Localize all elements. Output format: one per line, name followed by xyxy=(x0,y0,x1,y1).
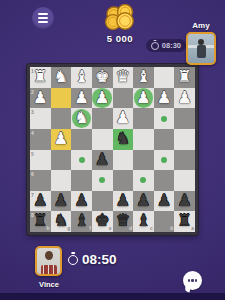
rank-label-4: 4 xyxy=(31,130,34,136)
move-dot-c6[interactable] xyxy=(140,177,146,183)
piece-wB-c1[interactable]: ♝ xyxy=(133,67,154,88)
square-b6[interactable] xyxy=(154,170,175,191)
hamburger-icon xyxy=(38,13,48,15)
piece-wP-a2[interactable]: ♟ xyxy=(174,87,195,108)
piece-wK-e1[interactable]: ♚ xyxy=(92,67,113,88)
square-d7[interactable]: ♟ xyxy=(113,191,134,212)
square-c8[interactable]: ♝c xyxy=(133,211,154,232)
piece-bP-f7[interactable]: ♟ xyxy=(71,190,92,211)
square-f3[interactable]: ♞ xyxy=(71,108,92,129)
square-a1[interactable]: ♜ xyxy=(174,67,195,88)
piece-bP-e5[interactable]: ♟ xyxy=(92,149,113,170)
square-g3[interactable] xyxy=(51,108,72,129)
square-f1[interactable]: ♝ xyxy=(71,67,92,88)
piece-bN-d4[interactable]: ♞ xyxy=(113,128,134,149)
square-a3[interactable] xyxy=(174,108,195,129)
rank-label-2: 2 xyxy=(31,89,34,95)
square-c3[interactable] xyxy=(133,108,154,129)
file-label-b: b xyxy=(170,225,173,231)
piece-wP-e2[interactable]: ♟ xyxy=(92,87,113,108)
piece-wN-g1[interactable]: ♞ xyxy=(51,67,72,88)
opponent-clock: 08:30 xyxy=(146,39,186,52)
square-g6[interactable] xyxy=(51,170,72,191)
square-e4[interactable] xyxy=(92,129,113,150)
square-c1[interactable]: ♝ xyxy=(133,67,154,88)
square-g8[interactable]: ♞g xyxy=(51,211,72,232)
ellipsis-icon xyxy=(188,279,190,281)
chess-board-frame: ♜1♞♝♚♛♝♜♟2♟♟♟♟♟3♞♟4♟♞5♟6♟7♟♟♟♟♟♟♜8h♞g♝f♚… xyxy=(27,64,198,235)
square-a4[interactable] xyxy=(174,129,195,150)
square-a2[interactable]: ♟ xyxy=(174,88,195,109)
square-f4[interactable] xyxy=(71,129,92,150)
piece-wP-c2[interactable]: ♟ xyxy=(133,87,154,108)
square-g4[interactable]: ♟ xyxy=(51,129,72,150)
player-clock-time: 08:50 xyxy=(82,252,117,267)
rank-label-5: 5 xyxy=(31,151,34,157)
square-c2[interactable]: ♟ xyxy=(133,88,154,109)
opponent-name: Amy xyxy=(181,21,221,30)
opponent-avatar[interactable] xyxy=(186,32,216,65)
stopwatch-icon xyxy=(68,255,78,265)
piece-wP-b2[interactable]: ♟ xyxy=(154,87,175,108)
square-b5[interactable] xyxy=(154,150,175,171)
square-a5[interactable] xyxy=(174,150,195,171)
file-label-d: d xyxy=(129,225,132,231)
square-a6[interactable] xyxy=(174,170,195,191)
square-c4[interactable] xyxy=(133,129,154,150)
chess-board[interactable]: ♜1♞♝♚♛♝♜♟2♟♟♟♟♟3♞♟4♟♞5♟6♟7♟♟♟♟♟♟♜8h♞g♝f♚… xyxy=(30,67,195,232)
square-f6[interactable] xyxy=(71,170,92,191)
square-e6[interactable] xyxy=(92,170,113,191)
square-d3[interactable]: ♟ xyxy=(113,108,134,129)
square-c5[interactable] xyxy=(133,150,154,171)
square-d1[interactable]: ♛ xyxy=(113,67,134,88)
piece-wR-a1[interactable]: ♜ xyxy=(174,67,195,88)
piece-wB-f1[interactable]: ♝ xyxy=(71,67,92,88)
square-h2[interactable]: ♟2 xyxy=(30,88,51,109)
player-name: Vince xyxy=(24,280,74,289)
square-h5[interactable]: 5 xyxy=(30,150,51,171)
piece-bP-d7[interactable]: ♟ xyxy=(113,190,134,211)
chat-button[interactable] xyxy=(183,271,202,290)
square-f2[interactable]: ♟ xyxy=(71,88,92,109)
square-g5[interactable] xyxy=(51,150,72,171)
move-dot-b3[interactable] xyxy=(161,116,167,122)
piece-wP-f2[interactable]: ♟ xyxy=(71,87,92,108)
move-dot-f5[interactable] xyxy=(79,157,85,163)
coins-icon xyxy=(96,4,144,32)
square-h6[interactable]: 6 xyxy=(30,170,51,191)
file-label-g: g xyxy=(67,225,70,231)
square-b4[interactable] xyxy=(154,129,175,150)
rank-label-1: 1 xyxy=(31,68,34,74)
square-d4[interactable]: ♞ xyxy=(113,129,134,150)
square-h7[interactable]: ♟7 xyxy=(30,191,51,212)
rank-label-6: 6 xyxy=(31,171,34,177)
square-b8[interactable]: b xyxy=(154,211,175,232)
piece-bP-g7[interactable]: ♟ xyxy=(51,190,72,211)
chess-app-screen: { "game": "chess", "header": { "menu_ico… xyxy=(0,0,225,300)
square-f5[interactable] xyxy=(71,150,92,171)
square-a7[interactable]: ♟ xyxy=(174,191,195,212)
square-h3[interactable]: 3 xyxy=(30,108,51,129)
square-d8[interactable]: ♛d xyxy=(113,211,134,232)
move-dot-e6[interactable] xyxy=(99,177,105,183)
piece-bP-b7[interactable]: ♟ xyxy=(154,190,175,211)
file-label-h: h xyxy=(47,225,50,231)
file-label-f: f xyxy=(89,225,91,231)
square-g2[interactable] xyxy=(51,88,72,109)
rank-label-3: 3 xyxy=(31,109,34,115)
square-h1[interactable]: ♜1 xyxy=(30,67,51,88)
player-avatar[interactable] xyxy=(35,246,62,276)
rank-label-8: 8 xyxy=(31,212,34,218)
piece-wP-g4[interactable]: ♟ xyxy=(51,128,72,149)
file-label-a: a xyxy=(191,225,194,231)
square-g7[interactable]: ♟ xyxy=(51,191,72,212)
coins-balance: 5 000 xyxy=(85,33,155,44)
square-d6[interactable] xyxy=(113,170,134,191)
square-e1[interactable]: ♚ xyxy=(92,67,113,88)
rank-label-7: 7 xyxy=(31,192,34,198)
stopwatch-icon xyxy=(151,42,159,50)
square-e7[interactable] xyxy=(92,191,113,212)
square-c6[interactable] xyxy=(133,170,154,191)
square-e5[interactable]: ♟ xyxy=(92,150,113,171)
square-d5[interactable] xyxy=(113,150,134,171)
opponent-clock-time: 08:30 xyxy=(162,41,181,50)
square-b3[interactable] xyxy=(154,108,175,129)
square-a8[interactable]: ♜a xyxy=(174,211,195,232)
square-e2[interactable]: ♟ xyxy=(92,88,113,109)
player-avatar-photo xyxy=(37,248,60,274)
square-g1[interactable]: ♞ xyxy=(51,67,72,88)
file-label-e: e xyxy=(109,225,112,231)
square-f7[interactable]: ♟ xyxy=(71,191,92,212)
opponent-avatar-photo xyxy=(188,34,214,63)
move-dot-b5[interactable] xyxy=(161,157,167,163)
piece-wN-f3[interactable]: ♞ xyxy=(71,108,92,129)
square-f8[interactable]: ♝f xyxy=(71,211,92,232)
square-b2[interactable]: ♟ xyxy=(154,88,175,109)
square-h4[interactable]: 4 xyxy=(30,129,51,150)
player-clock: 08:50 xyxy=(68,252,117,267)
file-label-c: c xyxy=(150,225,153,231)
square-d2[interactable] xyxy=(113,88,134,109)
square-b7[interactable]: ♟ xyxy=(154,191,175,212)
piece-wP-d3[interactable]: ♟ xyxy=(113,108,134,129)
square-e3[interactable] xyxy=(92,108,113,129)
menu-button[interactable] xyxy=(32,7,54,29)
square-e8[interactable]: ♚e xyxy=(92,211,113,232)
piece-wQ-d1[interactable]: ♛ xyxy=(113,67,134,88)
piece-bP-a7[interactable]: ♟ xyxy=(174,190,195,211)
square-h8[interactable]: ♜8h xyxy=(30,211,51,232)
piece-bP-c7[interactable]: ♟ xyxy=(133,190,154,211)
square-c7[interactable]: ♟ xyxy=(133,191,154,212)
square-b1[interactable] xyxy=(154,67,175,88)
bottom-strip xyxy=(0,293,225,300)
